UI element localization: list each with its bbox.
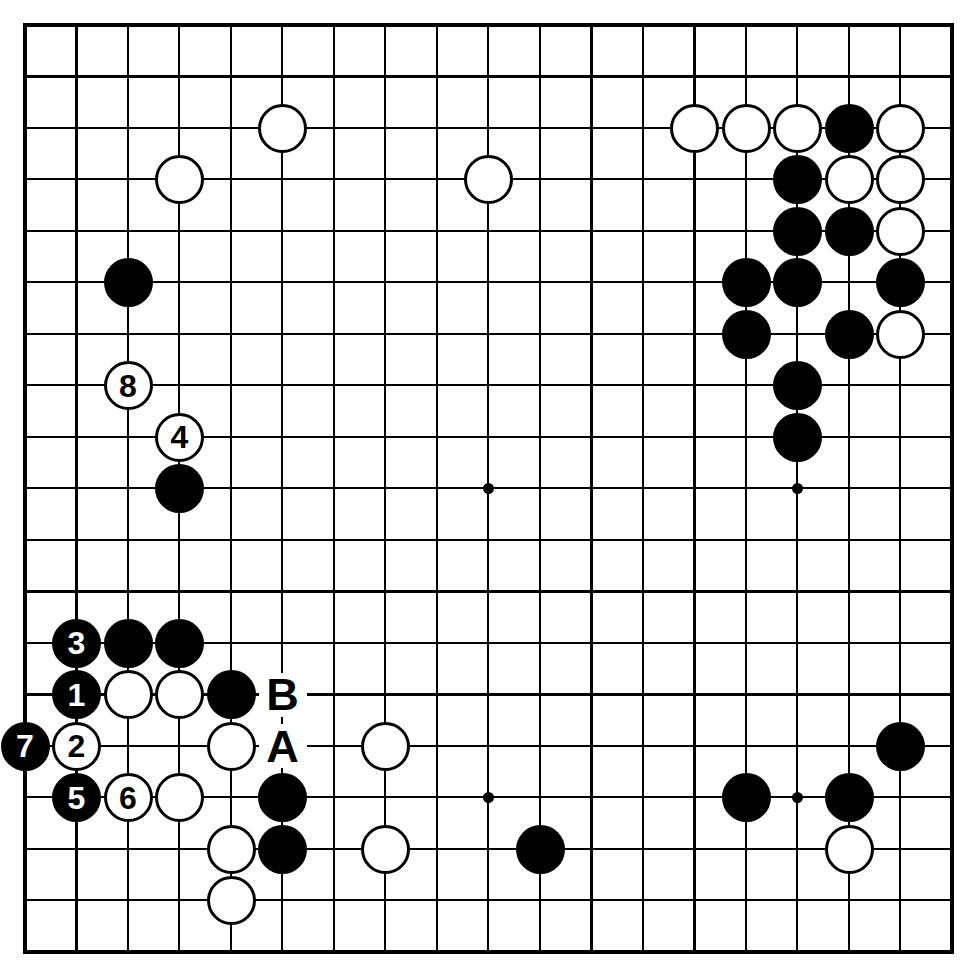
stone-black <box>516 825 565 874</box>
stone-white <box>155 773 204 822</box>
stone-black <box>722 310 771 359</box>
stone-black <box>773 258 822 307</box>
go-diagram: 84317256BA <box>0 0 980 980</box>
stone-black <box>258 825 307 874</box>
stone-white <box>464 155 513 204</box>
stone-white-move-8: 8 <box>104 361 153 410</box>
star-point <box>792 483 803 494</box>
stone-black <box>155 464 204 513</box>
stone-white <box>773 104 822 153</box>
stone-black <box>825 207 874 256</box>
stone-black <box>773 155 822 204</box>
stone-white <box>361 722 410 771</box>
star-point <box>483 792 494 803</box>
stone-black <box>876 258 925 307</box>
stone-black <box>825 310 874 359</box>
stone-white <box>155 670 204 719</box>
stone-white <box>155 155 204 204</box>
stone-black <box>104 619 153 668</box>
stone-white <box>207 825 256 874</box>
stone-white <box>207 722 256 771</box>
stone-white-move-2: 2 <box>52 722 101 771</box>
stone-white <box>876 310 925 359</box>
stone-white <box>207 876 256 925</box>
stone-black <box>722 258 771 307</box>
stone-white <box>722 104 771 153</box>
stone-white-move-6: 6 <box>104 773 153 822</box>
stone-black <box>773 207 822 256</box>
star-point <box>483 483 494 494</box>
stone-black <box>876 722 925 771</box>
stone-white <box>361 825 410 874</box>
stone-black <box>825 104 874 153</box>
stone-white <box>876 155 925 204</box>
stone-black <box>825 773 874 822</box>
stone-black <box>773 413 822 462</box>
stone-white <box>104 670 153 719</box>
stone-white <box>258 104 307 153</box>
stone-black <box>104 258 153 307</box>
stone-white <box>876 207 925 256</box>
stone-black-move-7: 7 <box>1 722 50 771</box>
stone-white <box>670 104 719 153</box>
stone-white <box>876 104 925 153</box>
stone-black-move-1: 1 <box>52 670 101 719</box>
stone-black <box>722 773 771 822</box>
stone-white <box>825 155 874 204</box>
label-B: B <box>259 673 307 717</box>
stone-black <box>207 670 256 719</box>
stone-white <box>825 825 874 874</box>
stone-white-move-4: 4 <box>155 413 204 462</box>
stone-black <box>258 773 307 822</box>
star-point <box>792 792 803 803</box>
stone-black-move-3: 3 <box>52 619 101 668</box>
stone-black-move-5: 5 <box>52 773 101 822</box>
stone-black <box>773 361 822 410</box>
stone-black <box>155 619 204 668</box>
go-board: 84317256BA <box>0 0 978 978</box>
label-A: A <box>259 724 307 768</box>
